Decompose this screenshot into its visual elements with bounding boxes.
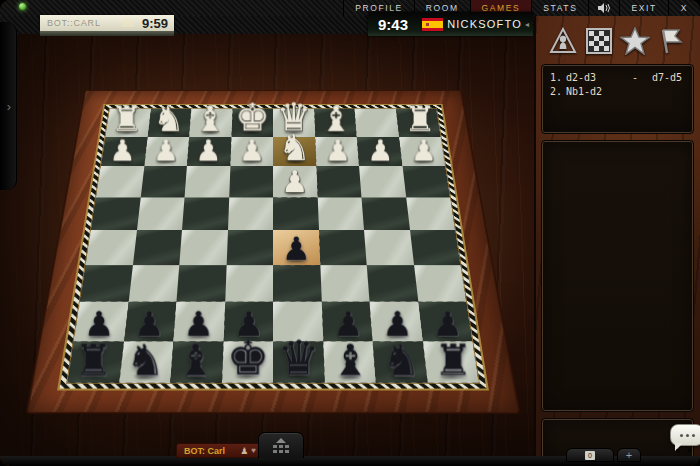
square-e1[interactable]: ♚	[231, 109, 273, 137]
panel-icon-row	[542, 20, 692, 62]
bubble-dot	[692, 434, 695, 437]
white-pawn-b2[interactable]: ♟	[359, 136, 402, 165]
square-b5[interactable]	[364, 230, 414, 265]
square-f2[interactable]: ♟	[187, 137, 231, 166]
white-pawn-f2[interactable]: ♟	[187, 136, 230, 165]
square-c4[interactable]	[317, 197, 364, 230]
white-flag-placeholder	[122, 19, 134, 27]
square-g5[interactable]	[132, 230, 182, 265]
square-a4[interactable]	[406, 197, 455, 230]
white-pawn-g2[interactable]: ♟	[144, 136, 187, 165]
black-knight-g8[interactable]: ♞	[119, 339, 170, 382]
square-h3[interactable]	[96, 166, 144, 197]
white-king-e1[interactable]: ♚	[231, 98, 273, 137]
square-a6[interactable]	[414, 265, 467, 302]
square-e3[interactable]	[229, 166, 273, 197]
black-queen-d8[interactable]: ♛	[273, 335, 324, 382]
board-menu-toggle-button[interactable]	[258, 432, 304, 458]
opponent-status-bar: BOT: Carl ♟ ♥	[176, 443, 262, 458]
speaker-icon[interactable]	[588, 0, 619, 16]
white-bishop-c1[interactable]: ♝	[315, 101, 357, 136]
square-b3[interactable]	[359, 166, 406, 197]
square-e4[interactable]	[228, 197, 274, 230]
chess-piece-icon[interactable]	[548, 26, 578, 56]
collapse-arrow-icon[interactable]: ◂	[522, 20, 533, 29]
corner-dot	[688, 449, 692, 453]
square-g6[interactable]	[128, 265, 179, 302]
menu-exit[interactable]: EXIT	[619, 0, 667, 16]
white-pawn-h2[interactable]: ♟	[101, 136, 144, 165]
square-h2[interactable]: ♟	[101, 137, 147, 166]
square-h8[interactable]: ♜	[67, 341, 123, 383]
square-f5[interactable]	[179, 230, 227, 265]
white-pawn-e2[interactable]: ♟	[230, 136, 273, 165]
square-d8[interactable]: ♛	[273, 341, 324, 383]
black-king-e8[interactable]: ♚	[222, 335, 273, 382]
square-a8[interactable]: ♜	[422, 341, 478, 383]
board-rope-border: ♜♞♝♚♛♝♜♟♟♟♟♞♟♟♟♟♟♟♟♟♟♟♟♟♜♞♝♚♛♝♞♜	[57, 104, 489, 391]
black-rook-a8[interactable]: ♜	[427, 339, 478, 382]
white-knight-d2[interactable]: ♞	[273, 130, 316, 166]
square-c6[interactable]	[320, 265, 370, 302]
status-led	[19, 3, 26, 10]
square-b1[interactable]	[355, 109, 399, 137]
square-b6[interactable]	[367, 265, 418, 302]
square-d5[interactable]: ♟	[273, 230, 320, 265]
square-b4[interactable]	[361, 197, 409, 230]
square-a3[interactable]	[402, 166, 450, 197]
white-player-bar: BOT::CARL 9:59	[40, 15, 174, 31]
square-b8[interactable]: ♞	[373, 341, 428, 383]
square-e2[interactable]: ♟	[230, 137, 273, 166]
square-b2[interactable]: ♟	[357, 137, 402, 166]
black-rook-h8[interactable]: ♜	[68, 339, 119, 382]
square-c8[interactable]: ♝	[323, 341, 376, 383]
white-pawn-d3[interactable]: ♟	[273, 167, 317, 197]
black-player-name: NICKSOFTO	[443, 18, 522, 30]
square-c2[interactable]: ♟	[315, 137, 359, 166]
square-c3[interactable]	[316, 166, 361, 197]
white-player-name: BOT::CARL	[40, 18, 122, 28]
black-knight-b8[interactable]: ♞	[376, 339, 427, 382]
square-h1[interactable]: ♜	[105, 109, 150, 137]
add-button[interactable]: +	[617, 448, 641, 462]
move-list: 1.d2-d3-d7-d52.Nb1-d2	[541, 64, 694, 134]
square-d3[interactable]: ♟	[273, 166, 317, 197]
black-bishop-f8[interactable]: ♝	[170, 339, 221, 382]
square-h4[interactable]	[91, 197, 140, 230]
chess-board: ♜♞♝♚♛♝♜♟♟♟♟♞♟♟♟♟♟♟♟♟♟♟♟♟♜♞♝♚♛♝♞♜	[66, 108, 480, 384]
black-clock: 9:43	[368, 16, 408, 33]
bubble-dot	[686, 434, 689, 437]
move-row: 2.Nb1-d2	[550, 85, 685, 99]
counter-button[interactable]: 0	[566, 448, 614, 462]
square-e8[interactable]: ♚	[222, 341, 273, 383]
square-e6[interactable]	[225, 265, 273, 302]
up-arrow-icon	[276, 438, 286, 443]
checkerboard-icon[interactable]	[584, 26, 614, 56]
pawn-mini-icon: ♟	[240, 446, 251, 456]
game-info-box	[541, 140, 694, 412]
white-clock: 9:59	[142, 16, 174, 31]
white-knight-g1[interactable]: ♞	[148, 101, 190, 136]
square-h5[interactable]	[86, 230, 137, 265]
square-d4[interactable]	[273, 197, 319, 230]
white-pawn-a2[interactable]: ♟	[402, 136, 445, 165]
square-a2[interactable]: ♟	[399, 137, 445, 166]
counter-badge: 0	[585, 451, 595, 460]
square-c1[interactable]: ♝	[314, 109, 357, 137]
square-f1[interactable]: ♝	[189, 109, 232, 137]
black-bishop-c8[interactable]: ♝	[324, 339, 375, 382]
square-c5[interactable]	[319, 230, 367, 265]
spain-flag-icon	[422, 18, 443, 31]
chat-bubble-icon[interactable]	[670, 424, 700, 446]
square-g4[interactable]	[137, 197, 185, 230]
grid-dots-icon	[273, 445, 289, 453]
black-player-bar: 9:43 NICKSOFTO ◂	[368, 12, 533, 36]
square-g8[interactable]: ♞	[119, 341, 174, 383]
opponent-name: BOT: Carl	[177, 446, 240, 456]
corner-dot	[676, 449, 680, 453]
right-panel: 1.d2-d3-d7-d52.Nb1-d2	[534, 16, 700, 458]
square-d6[interactable]	[273, 265, 321, 302]
square-f8[interactable]: ♝	[170, 341, 223, 383]
bubble-dot	[680, 434, 683, 437]
square-a5[interactable]	[410, 230, 461, 265]
square-g2[interactable]: ♟	[144, 137, 189, 166]
app-window: PROFILE ROOM GAMES STATS EXIT X › BOT::C…	[0, 0, 700, 466]
white-bishop-f1[interactable]: ♝	[189, 101, 231, 136]
square-g1[interactable]: ♞	[147, 109, 191, 137]
white-bar-shadow	[40, 31, 174, 36]
square-a1[interactable]: ♜	[395, 109, 440, 137]
square-h6[interactable]	[80, 265, 133, 302]
menu-stats[interactable]: STATS	[531, 0, 588, 16]
flag-icon[interactable]	[656, 26, 686, 56]
black-pawn-d5[interactable]: ♟	[273, 232, 320, 264]
star-icon[interactable]	[620, 26, 650, 56]
close-button[interactable]: X	[668, 0, 700, 16]
top-menu-bar: PROFILE ROOM GAMES STATS EXIT X	[0, 0, 700, 16]
white-rook-a1[interactable]: ♜	[398, 101, 440, 136]
square-g3[interactable]	[140, 166, 187, 197]
square-f4[interactable]	[182, 197, 229, 230]
square-f3[interactable]	[185, 166, 230, 197]
chess-board-frame: ♜♞♝♚♛♝♜♟♟♟♟♞♟♟♟♟♟♟♟♟♟♟♟♟♜♞♝♚♛♝♞♜	[27, 90, 519, 412]
square-d2[interactable]: ♞	[273, 137, 316, 166]
square-f6[interactable]	[176, 265, 226, 302]
white-rook-h1[interactable]: ♜	[106, 101, 148, 136]
white-pawn-c2[interactable]: ♟	[316, 136, 359, 165]
square-e5[interactable]	[226, 230, 273, 265]
move-row: 1.d2-d3-d7-d5	[550, 71, 685, 85]
